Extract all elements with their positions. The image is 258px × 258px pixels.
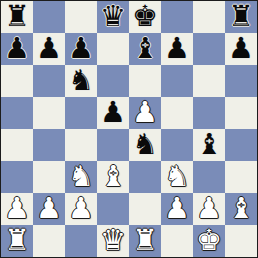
square-g8[interactable] <box>193 1 225 33</box>
piece-black-pawn: ♟ <box>164 33 190 64</box>
piece-white-bishop: ♝ <box>228 193 254 224</box>
piece-black-rook: ♜ <box>4 1 30 32</box>
square-d3[interactable]: ♝ <box>97 161 129 193</box>
square-b7[interactable]: ♟ <box>33 33 65 65</box>
piece-black-king: ♚ <box>132 1 158 32</box>
square-b1[interactable] <box>33 225 65 257</box>
piece-white-pawn: ♟ <box>164 193 190 224</box>
piece-black-pawn: ♟ <box>228 33 254 64</box>
piece-black-knight: ♞ <box>68 65 94 96</box>
square-f5[interactable] <box>161 97 193 129</box>
square-d6[interactable] <box>97 65 129 97</box>
piece-white-bishop: ♝ <box>100 161 126 192</box>
square-f6[interactable] <box>161 65 193 97</box>
square-a6[interactable] <box>1 65 33 97</box>
square-g6[interactable] <box>193 65 225 97</box>
square-d5[interactable]: ♟ <box>97 97 129 129</box>
piece-white-rook: ♜ <box>132 225 158 256</box>
chess-board-frame: ♜♛♚♜♟♟♟♝♟♟♞♟♟♞♝♞♝♞♟♟♟♟♟♝♜♛♜♚ <box>0 0 258 258</box>
square-h4[interactable] <box>225 129 257 161</box>
square-g5[interactable] <box>193 97 225 129</box>
piece-white-pawn: ♟ <box>196 193 222 224</box>
square-a7[interactable]: ♟ <box>1 33 33 65</box>
square-h3[interactable] <box>225 161 257 193</box>
chess-board: ♜♛♚♜♟♟♟♝♟♟♞♟♟♞♝♞♝♞♟♟♟♟♟♝♜♛♜♚ <box>1 1 257 257</box>
square-d8[interactable]: ♛ <box>97 1 129 33</box>
piece-white-pawn: ♟ <box>132 97 158 128</box>
square-a4[interactable] <box>1 129 33 161</box>
piece-black-rook: ♜ <box>228 1 254 32</box>
square-a8[interactable]: ♜ <box>1 1 33 33</box>
square-c8[interactable] <box>65 1 97 33</box>
square-f7[interactable]: ♟ <box>161 33 193 65</box>
square-c3[interactable]: ♞ <box>65 161 97 193</box>
piece-black-pawn: ♟ <box>36 33 62 64</box>
piece-black-bishop: ♝ <box>132 33 158 64</box>
piece-white-knight: ♞ <box>68 161 94 192</box>
square-h5[interactable] <box>225 97 257 129</box>
square-h6[interactable] <box>225 65 257 97</box>
square-b5[interactable] <box>33 97 65 129</box>
square-b3[interactable] <box>33 161 65 193</box>
piece-black-knight: ♞ <box>132 129 158 160</box>
square-a1[interactable]: ♜ <box>1 225 33 257</box>
square-c2[interactable]: ♟ <box>65 193 97 225</box>
square-d7[interactable] <box>97 33 129 65</box>
square-d4[interactable] <box>97 129 129 161</box>
square-f3[interactable]: ♞ <box>161 161 193 193</box>
square-b8[interactable] <box>33 1 65 33</box>
square-g3[interactable] <box>193 161 225 193</box>
square-c4[interactable] <box>65 129 97 161</box>
piece-white-pawn: ♟ <box>4 193 30 224</box>
square-g1[interactable]: ♚ <box>193 225 225 257</box>
square-f2[interactable]: ♟ <box>161 193 193 225</box>
piece-black-queen: ♛ <box>100 1 126 32</box>
square-f8[interactable] <box>161 1 193 33</box>
square-h8[interactable]: ♜ <box>225 1 257 33</box>
square-b2[interactable]: ♟ <box>33 193 65 225</box>
square-d2[interactable] <box>97 193 129 225</box>
square-c5[interactable] <box>65 97 97 129</box>
square-h1[interactable] <box>225 225 257 257</box>
square-d1[interactable]: ♛ <box>97 225 129 257</box>
piece-black-pawn: ♟ <box>100 97 126 128</box>
square-e8[interactable]: ♚ <box>129 1 161 33</box>
square-e5[interactable]: ♟ <box>129 97 161 129</box>
square-g4[interactable]: ♝ <box>193 129 225 161</box>
square-c7[interactable]: ♟ <box>65 33 97 65</box>
piece-white-king: ♚ <box>196 225 222 256</box>
piece-black-pawn: ♟ <box>68 33 94 64</box>
square-e7[interactable]: ♝ <box>129 33 161 65</box>
square-f4[interactable] <box>161 129 193 161</box>
square-a2[interactable]: ♟ <box>1 193 33 225</box>
square-e6[interactable] <box>129 65 161 97</box>
piece-black-pawn: ♟ <box>4 33 30 64</box>
square-g7[interactable] <box>193 33 225 65</box>
piece-white-rook: ♜ <box>4 225 30 256</box>
square-b6[interactable] <box>33 65 65 97</box>
square-e4[interactable]: ♞ <box>129 129 161 161</box>
piece-white-queen: ♛ <box>100 225 126 256</box>
square-e2[interactable] <box>129 193 161 225</box>
piece-white-knight: ♞ <box>164 161 190 192</box>
square-b4[interactable] <box>33 129 65 161</box>
piece-black-bishop: ♝ <box>196 129 222 160</box>
square-e1[interactable]: ♜ <box>129 225 161 257</box>
piece-white-pawn: ♟ <box>36 193 62 224</box>
square-c1[interactable] <box>65 225 97 257</box>
square-f1[interactable] <box>161 225 193 257</box>
square-h2[interactable]: ♝ <box>225 193 257 225</box>
square-g2[interactable]: ♟ <box>193 193 225 225</box>
square-a5[interactable] <box>1 97 33 129</box>
square-e3[interactable] <box>129 161 161 193</box>
square-a3[interactable] <box>1 161 33 193</box>
square-h7[interactable]: ♟ <box>225 33 257 65</box>
square-c6[interactable]: ♞ <box>65 65 97 97</box>
piece-white-pawn: ♟ <box>68 193 94 224</box>
